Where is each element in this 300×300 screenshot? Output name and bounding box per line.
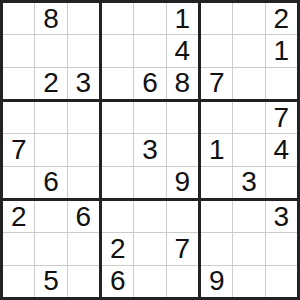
box-3: 217 — [201, 3, 297, 99]
cell-r7c9[interactable]: 3 — [266, 201, 297, 232]
cell-r7c1[interactable]: 2 — [3, 201, 34, 232]
cell-r1c1[interactable] — [3, 3, 34, 34]
cell-r5c3[interactable] — [68, 134, 99, 165]
cell-r1c9[interactable]: 2 — [266, 3, 297, 34]
cell-r2c4[interactable] — [102, 35, 133, 66]
cell-r2c3[interactable] — [68, 35, 99, 66]
box-6: 7143 — [201, 102, 297, 198]
cell-r3c6[interactable]: 8 — [167, 68, 198, 99]
cell-r9c2[interactable]: 5 — [35, 266, 66, 297]
cell-r5c2[interactable] — [35, 134, 66, 165]
cell-r9c5[interactable] — [134, 266, 165, 297]
cell-r1c3[interactable] — [68, 3, 99, 34]
cell-r5c6[interactable] — [167, 134, 198, 165]
cell-r3c9[interactable] — [266, 68, 297, 99]
cell-r1c8[interactable] — [233, 3, 264, 34]
cell-r8c6[interactable]: 7 — [167, 233, 198, 264]
cell-r3c8[interactable] — [233, 68, 264, 99]
cell-r2c5[interactable] — [134, 35, 165, 66]
box-8: 276 — [102, 201, 198, 297]
cell-r7c7[interactable] — [201, 201, 232, 232]
cell-r9c9[interactable] — [266, 266, 297, 297]
cell-r3c1[interactable] — [3, 68, 34, 99]
cell-r6c1[interactable] — [3, 167, 34, 198]
sudoku-board: 82314682177639714326527639 — [0, 0, 300, 300]
cell-r8c9[interactable] — [266, 233, 297, 264]
cell-r9c7[interactable]: 9 — [201, 266, 232, 297]
cell-r6c5[interactable] — [134, 167, 165, 198]
box-5: 39 — [102, 102, 198, 198]
cell-r4c5[interactable] — [134, 102, 165, 133]
cell-r5c8[interactable] — [233, 134, 264, 165]
cell-r6c9[interactable] — [266, 167, 297, 198]
cell-r9c4[interactable]: 6 — [102, 266, 133, 297]
cell-r9c3[interactable] — [68, 266, 99, 297]
cell-r2c2[interactable] — [35, 35, 66, 66]
cell-r1c2[interactable]: 8 — [35, 3, 66, 34]
cell-r7c4[interactable] — [102, 201, 133, 232]
cell-r8c2[interactable] — [35, 233, 66, 264]
cell-r6c2[interactable]: 6 — [35, 167, 66, 198]
cell-r4c3[interactable] — [68, 102, 99, 133]
cell-r7c6[interactable] — [167, 201, 198, 232]
cell-r7c2[interactable] — [35, 201, 66, 232]
cell-r5c7[interactable]: 1 — [201, 134, 232, 165]
cell-r8c4[interactable]: 2 — [102, 233, 133, 264]
cell-r1c7[interactable] — [201, 3, 232, 34]
cell-r4c7[interactable] — [201, 102, 232, 133]
cell-r6c6[interactable]: 9 — [167, 167, 198, 198]
cell-r7c5[interactable] — [134, 201, 165, 232]
cell-r1c4[interactable] — [102, 3, 133, 34]
cell-r7c8[interactable] — [233, 201, 264, 232]
box-9: 39 — [201, 201, 297, 297]
cell-r2c7[interactable] — [201, 35, 232, 66]
cell-r2c6[interactable]: 4 — [167, 35, 198, 66]
cell-r5c9[interactable]: 4 — [266, 134, 297, 165]
cell-r1c6[interactable]: 1 — [167, 3, 198, 34]
box-7: 265 — [3, 201, 99, 297]
cell-r4c2[interactable] — [35, 102, 66, 133]
cell-r5c1[interactable]: 7 — [3, 134, 34, 165]
cell-r8c8[interactable] — [233, 233, 264, 264]
cell-r8c5[interactable] — [134, 233, 165, 264]
cell-r4c4[interactable] — [102, 102, 133, 133]
cell-r3c2[interactable]: 2 — [35, 68, 66, 99]
cell-r1c5[interactable] — [134, 3, 165, 34]
cell-r4c6[interactable] — [167, 102, 198, 133]
box-1: 823 — [3, 3, 99, 99]
cell-r4c9[interactable]: 7 — [266, 102, 297, 133]
cell-r3c7[interactable]: 7 — [201, 68, 232, 99]
cell-r2c8[interactable] — [233, 35, 264, 66]
cell-r3c4[interactable] — [102, 68, 133, 99]
cell-r3c3[interactable]: 3 — [68, 68, 99, 99]
cell-r9c1[interactable] — [3, 266, 34, 297]
cell-r6c4[interactable] — [102, 167, 133, 198]
cell-r4c1[interactable] — [3, 102, 34, 133]
cell-r4c8[interactable] — [233, 102, 264, 133]
cell-r9c8[interactable] — [233, 266, 264, 297]
cell-r5c4[interactable] — [102, 134, 133, 165]
box-2: 1468 — [102, 3, 198, 99]
cell-r6c7[interactable] — [201, 167, 232, 198]
cell-r5c5[interactable]: 3 — [134, 134, 165, 165]
cell-r9c6[interactable] — [167, 266, 198, 297]
cell-r8c7[interactable] — [201, 233, 232, 264]
cell-r6c3[interactable] — [68, 167, 99, 198]
cell-r7c3[interactable]: 6 — [68, 201, 99, 232]
cell-r3c5[interactable]: 6 — [134, 68, 165, 99]
cell-r6c8[interactable]: 3 — [233, 167, 264, 198]
cell-r2c1[interactable] — [3, 35, 34, 66]
cell-r8c3[interactable] — [68, 233, 99, 264]
cell-r2c9[interactable]: 1 — [266, 35, 297, 66]
cell-r8c1[interactable] — [3, 233, 34, 264]
box-4: 76 — [3, 102, 99, 198]
